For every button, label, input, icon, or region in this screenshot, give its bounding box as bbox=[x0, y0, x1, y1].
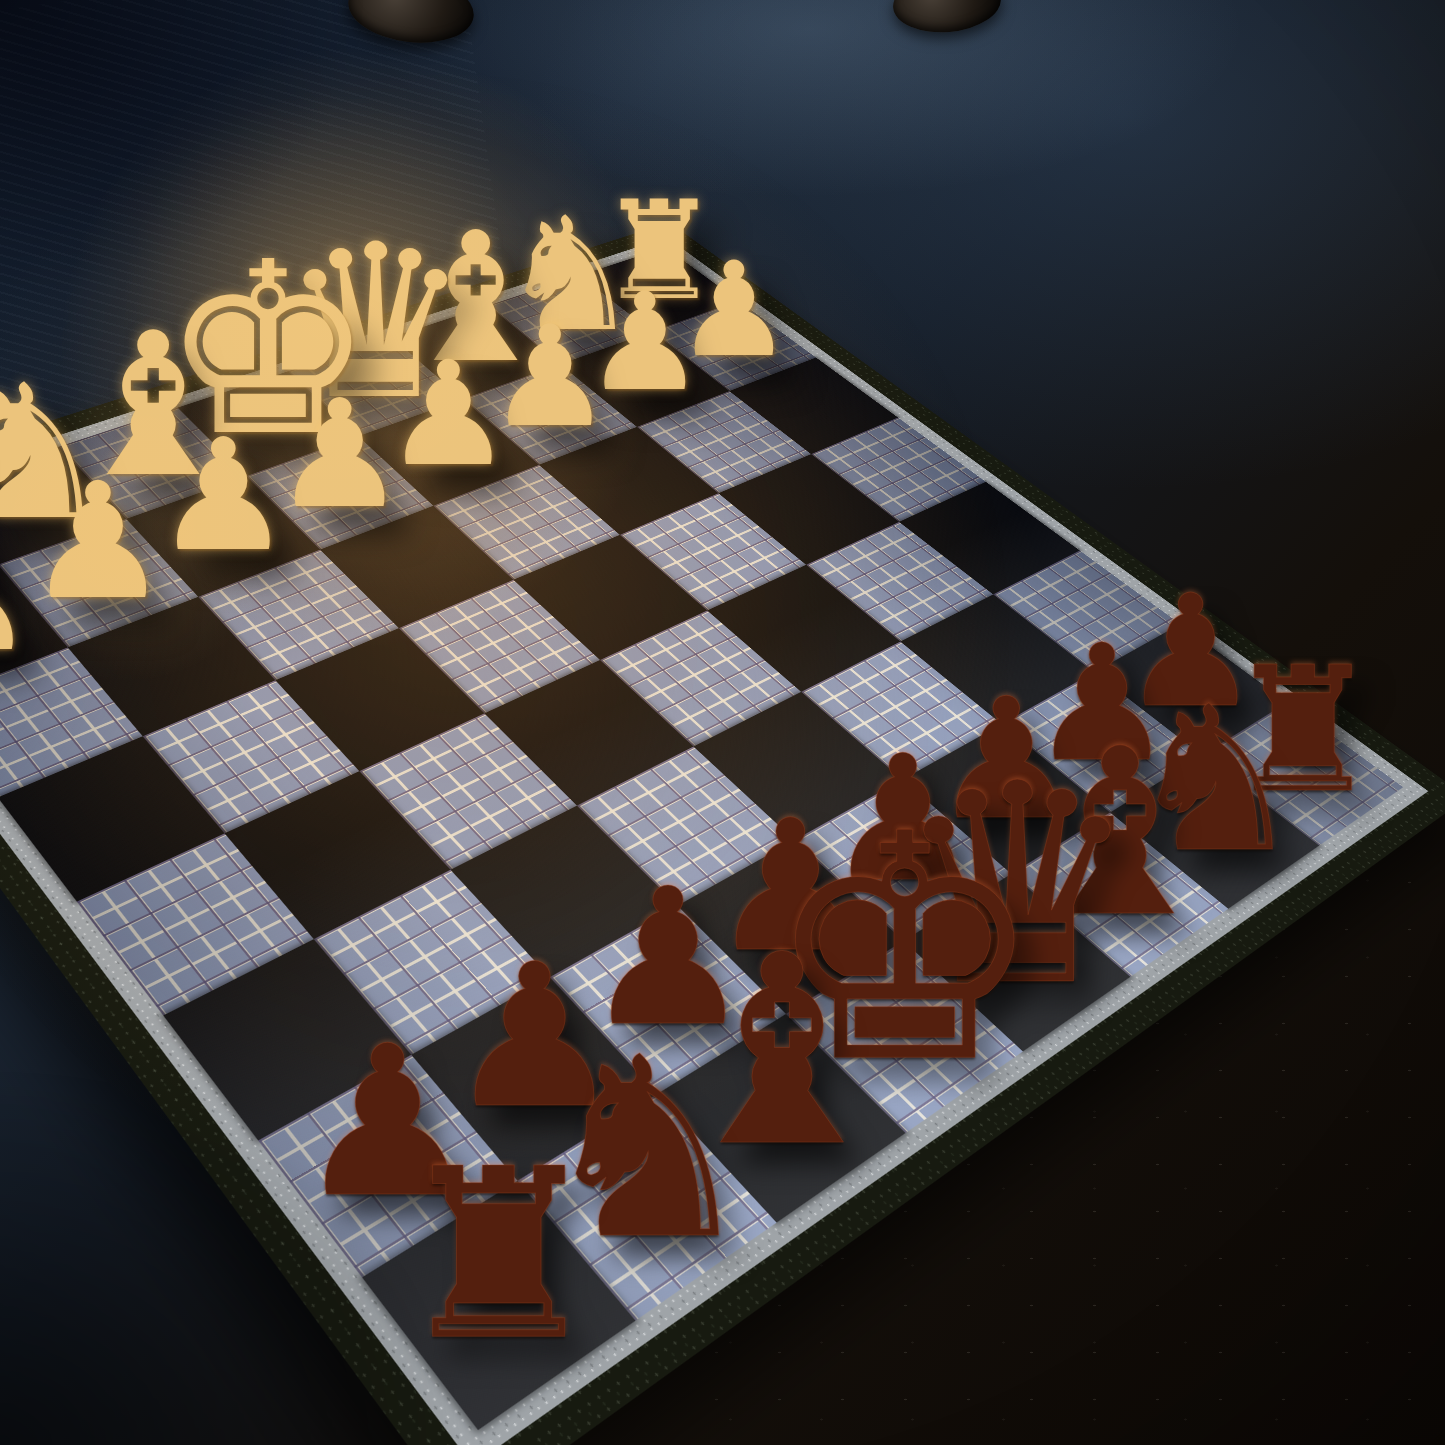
table-knob-left bbox=[344, 0, 477, 49]
table-knob-right bbox=[891, 0, 1004, 37]
chess-photo-scene: ♜♞♝♛♚♝♞♜♟♟♟♟♟♟♟♟♟♟♟♟♟♟♟♟♜♞♝♛♚♝♞♜ bbox=[0, 0, 1445, 1445]
white-pawn-f2[interactable]: ♟ bbox=[154, 419, 293, 574]
white-pawn-g2[interactable]: ♟ bbox=[26, 462, 170, 623]
black-rook-h8[interactable]: ♜ bbox=[394, 1139, 604, 1374]
white-pawn-h2[interactable]: ♟ bbox=[0, 508, 38, 675]
